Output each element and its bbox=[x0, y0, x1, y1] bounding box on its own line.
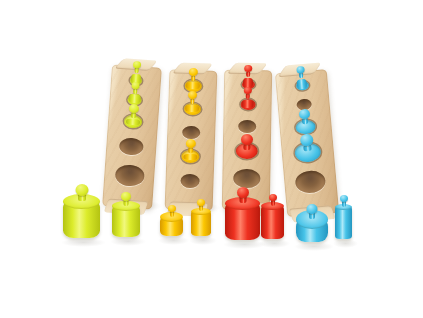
cylinder-knob-blue bbox=[340, 195, 348, 207]
loose-cylinder-green-size4[interactable] bbox=[112, 192, 140, 237]
loose-cylinder-blue-size5[interactable] bbox=[296, 204, 328, 242]
knob-ball bbox=[269, 194, 277, 201]
loose-cylinder-yellow-size3[interactable] bbox=[160, 205, 183, 236]
cylinder-knob-red bbox=[237, 187, 249, 203]
knob-ball bbox=[75, 184, 88, 196]
cylinder-knob-yellow bbox=[168, 205, 176, 217]
cylinder-body bbox=[191, 211, 211, 236]
knob-ball bbox=[307, 204, 318, 214]
cylinder-body bbox=[261, 206, 284, 239]
cylinder-knob-red bbox=[269, 194, 277, 206]
loose-cylinder-blue-size2[interactable] bbox=[335, 195, 352, 239]
knob-ball bbox=[168, 205, 176, 212]
cylinder-knob-blue bbox=[307, 204, 318, 219]
knob-ball bbox=[121, 192, 131, 201]
cylinder-knob-green bbox=[121, 192, 131, 206]
loose-pieces-layer bbox=[0, 0, 423, 318]
loose-cylinder-red-size5[interactable] bbox=[225, 187, 260, 240]
loose-cylinder-green-size5[interactable] bbox=[63, 184, 100, 238]
loose-cylinder-yellow-size5[interactable] bbox=[191, 199, 211, 236]
product-photo-scene bbox=[0, 0, 423, 318]
loose-cylinder-red-size3[interactable] bbox=[261, 194, 284, 239]
knob-ball bbox=[197, 199, 205, 206]
cylinder-knob-green bbox=[75, 184, 88, 201]
knob-ball bbox=[237, 187, 249, 198]
knob-ball bbox=[340, 195, 348, 202]
cylinder-knob-yellow bbox=[197, 199, 205, 211]
cylinder-body bbox=[335, 207, 352, 239]
